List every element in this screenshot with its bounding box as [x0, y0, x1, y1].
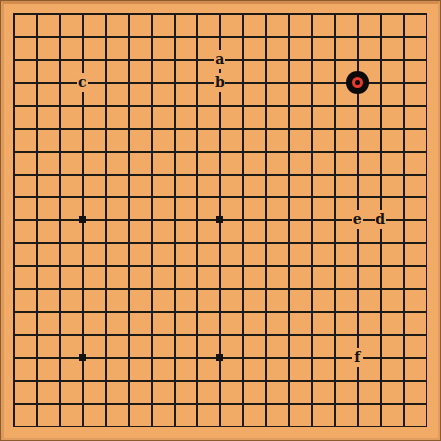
point-label-d-R10: d — [369, 208, 392, 231]
go-grid: abcdef — [2, 2, 438, 438]
point-label-b-K16: b — [208, 71, 231, 94]
stone-black-Q16 — [346, 71, 369, 94]
star-point-dot — [216, 354, 223, 361]
go-board: abcdef — [0, 0, 441, 441]
star-point-K10 — [208, 208, 231, 231]
point-label-a-K17: a — [208, 48, 231, 71]
black-stone — [346, 71, 369, 94]
point-label-f-Q4: f — [346, 346, 369, 369]
star-point-dot — [216, 216, 223, 223]
star-point-K4 — [208, 346, 231, 369]
point-label: d — [375, 210, 386, 229]
star-point-dot — [79, 354, 86, 361]
star-point-dot — [79, 216, 86, 223]
point-label: e — [352, 210, 363, 229]
star-point-D4 — [71, 346, 94, 369]
point-label-e-Q10: e — [346, 208, 369, 231]
point-label: f — [352, 348, 363, 367]
point-label: b — [214, 73, 225, 92]
point-label: a — [214, 50, 225, 69]
star-point-D10 — [71, 208, 94, 231]
point-label-c-D16: c — [71, 71, 94, 94]
point-label: c — [77, 73, 88, 92]
red-circle-marker — [352, 77, 363, 88]
